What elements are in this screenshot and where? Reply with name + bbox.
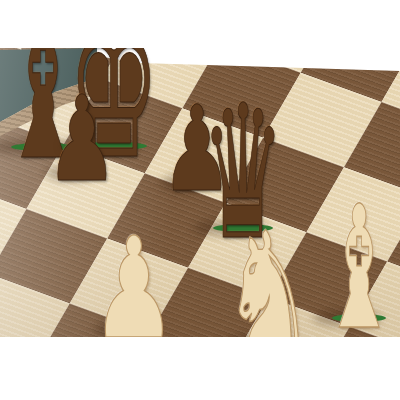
pieces-layer: ♝♚♟♟♛♟♞♝ <box>0 48 400 337</box>
white-pawn-glyph: ♟ <box>91 219 176 337</box>
photo-canvas: ♝♚♟♟♛♟♞♝ <box>0 0 400 400</box>
white-knight-glyph: ♞ <box>222 210 315 337</box>
black-pawn-glyph: ♟ <box>46 80 118 198</box>
chessboard-photo: ♝♚♟♟♛♟♞♝ <box>0 48 400 337</box>
white-bishop-glyph: ♝ <box>321 183 397 337</box>
